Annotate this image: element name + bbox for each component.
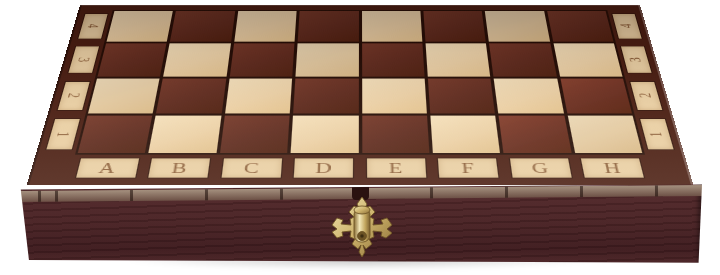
file-label-text: E <box>388 160 403 177</box>
squares-grid <box>75 10 645 155</box>
file-label-text: D <box>315 160 333 177</box>
square-g3 <box>489 44 556 77</box>
file-band-e: E <box>360 156 433 180</box>
file-label-a: A <box>76 158 139 177</box>
file-label-g: G <box>510 158 572 177</box>
square-g4 <box>485 11 550 42</box>
rank-label-text: 1 <box>646 132 667 137</box>
square-f3 <box>425 44 490 77</box>
file-band-g: G <box>503 156 579 180</box>
square-d3 <box>296 44 359 77</box>
file-strip-bottom: ABCDEFGH <box>68 156 651 180</box>
file-band-a: A <box>68 156 146 180</box>
rank-label-text: 3 <box>74 57 93 62</box>
rank-label-3-left: 3 <box>68 47 99 73</box>
square-f4 <box>423 11 486 42</box>
file-band-b: B <box>141 156 217 180</box>
brass-clasp-icon <box>329 196 395 258</box>
rank-label-text: 1 <box>53 132 74 137</box>
square-h4 <box>547 11 614 42</box>
square-b4 <box>170 11 235 42</box>
square-a2 <box>88 78 160 113</box>
square-g2 <box>494 78 564 113</box>
square-d4 <box>298 11 359 42</box>
file-label-text: B <box>170 160 189 177</box>
square-c3 <box>230 44 295 77</box>
chess-board-top: 4321 4321 ABCDEFGH <box>27 5 694 185</box>
square-e4 <box>362 11 423 42</box>
square-g1 <box>499 115 572 153</box>
square-a1 <box>78 115 153 153</box>
square-e3 <box>362 44 425 77</box>
rank-label-text: 4 <box>84 24 103 28</box>
square-f1 <box>430 115 500 153</box>
square-d1 <box>291 115 359 153</box>
file-label-text: H <box>602 160 623 177</box>
photo-stage: 4321 4321 ABCDEFGH <box>0 0 720 275</box>
rank-label-2-left: 2 <box>58 82 90 110</box>
file-band-h: H <box>574 156 652 180</box>
file-label-text: F <box>461 160 476 177</box>
square-a3 <box>98 44 167 77</box>
rank-label-4-left: 4 <box>78 14 107 39</box>
file-label-c: C <box>221 158 282 177</box>
square-c1 <box>220 115 290 153</box>
file-label-d: D <box>294 158 353 177</box>
file-band-f: F <box>431 156 505 180</box>
rank-label-text: 4 <box>618 24 637 28</box>
rank-label-text: 3 <box>626 57 645 62</box>
square-c2 <box>225 78 292 113</box>
rank-label-text: 2 <box>64 93 84 98</box>
file-band-d: D <box>287 156 360 180</box>
square-h2 <box>560 78 632 113</box>
rank-label-1-left: 1 <box>46 119 79 149</box>
square-h1 <box>567 115 642 153</box>
rank-label-text: 2 <box>636 93 656 98</box>
square-d2 <box>293 78 358 113</box>
square-b1 <box>149 115 222 153</box>
square-b3 <box>164 44 231 77</box>
file-label-b: B <box>149 158 211 177</box>
square-e1 <box>362 115 430 153</box>
file-label-text: G <box>530 160 550 177</box>
square-a4 <box>107 11 174 42</box>
file-label-text: C <box>243 160 261 177</box>
square-b2 <box>156 78 226 113</box>
square-c4 <box>234 11 297 42</box>
file-label-text: A <box>97 160 118 177</box>
square-h3 <box>553 44 622 77</box>
rank-label-4-right: 4 <box>612 14 641 39</box>
rank-label-2-right: 2 <box>630 82 662 110</box>
rank-label-1-right: 1 <box>640 119 673 149</box>
box-front-face <box>18 182 702 266</box>
file-band-c: C <box>214 156 288 180</box>
file-label-e: E <box>367 158 426 177</box>
file-label-f: F <box>438 158 499 177</box>
file-label-h: H <box>581 158 644 177</box>
square-e2 <box>362 78 427 113</box>
rank-label-3-right: 3 <box>621 47 652 73</box>
square-f2 <box>428 78 495 113</box>
